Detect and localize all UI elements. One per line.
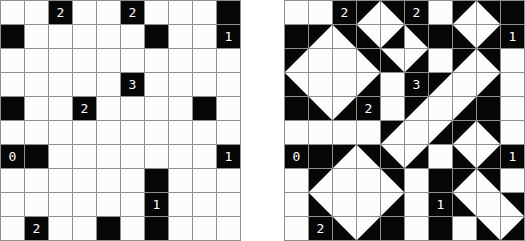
solution-cell-r2-c3	[357, 49, 380, 72]
solution-cell-r3-c4	[381, 73, 404, 96]
solution-cell-r5-c8	[477, 121, 500, 144]
puzzle-cell-r7-c7[interactable]	[169, 169, 192, 192]
puzzle-cell-r3-c3[interactable]	[73, 73, 96, 96]
puzzle-cell-r0-c1[interactable]	[25, 1, 48, 24]
puzzle-cell-r6-c2[interactable]	[49, 145, 72, 168]
solution-cell-r0-c2-clue: 2	[333, 1, 356, 24]
solution-cell-r3-c9	[501, 73, 524, 96]
solution-cell-r7-c7	[453, 169, 476, 192]
solution-cell-r7-c3	[357, 169, 380, 192]
puzzle-cell-r4-c4[interactable]	[97, 97, 120, 120]
puzzle-cell-r1-c6[interactable]	[145, 25, 168, 48]
solution-cell-r5-c2	[333, 121, 356, 144]
puzzle-cell-r7-c2[interactable]	[49, 169, 72, 192]
puzzle-cell-r0-c4[interactable]	[97, 1, 120, 24]
puzzle-cell-r9-c5[interactable]	[121, 217, 144, 240]
solution-cell-r3-c0	[285, 73, 308, 96]
puzzle-cell-r0-c5-clue[interactable]: 2	[121, 1, 144, 24]
puzzle-cell-r1-c2[interactable]	[49, 25, 72, 48]
puzzle-cell-r0-c3[interactable]	[73, 1, 96, 24]
puzzle-cell-r0-c0[interactable]	[1, 1, 24, 24]
solution-cell-r2-c9	[501, 49, 524, 72]
puzzle-cell-r9-c4[interactable]	[97, 217, 120, 240]
puzzle-cell-r5-c9[interactable]	[217, 121, 240, 144]
puzzle-cell-r1-c7[interactable]	[169, 25, 192, 48]
solution-cell-r4-c4	[381, 97, 404, 120]
puzzle-cell-r3-c5-clue[interactable]: 3	[121, 73, 144, 96]
puzzle-cell-r7-c3[interactable]	[73, 169, 96, 192]
puzzle-cell-r9-c0[interactable]	[1, 217, 24, 240]
puzzle-cell-r9-c7[interactable]	[169, 217, 192, 240]
solution-cell-r3-c2	[333, 73, 356, 96]
solution-cell-r4-c2	[333, 97, 356, 120]
solution-cell-r7-c1	[309, 169, 332, 192]
puzzle-cell-r5-c8[interactable]	[193, 121, 216, 144]
solution-cell-r8-c6-clue: 1	[429, 193, 452, 216]
puzzle-cell-r3-c2[interactable]	[49, 73, 72, 96]
puzzle-cell-r8-c9[interactable]	[217, 193, 240, 216]
puzzle-cell-r6-c9-clue[interactable]: 1	[217, 145, 240, 168]
solution-cell-r0-c0	[285, 1, 308, 24]
solution-cell-r9-c2	[333, 217, 356, 240]
puzzle-cell-r4-c3-clue[interactable]: 2	[73, 97, 96, 120]
solution-cell-r0-c7	[453, 1, 476, 24]
puzzle-cell-r3-c1[interactable]	[25, 73, 48, 96]
solution-cell-r1-c4	[381, 25, 404, 48]
puzzle-cell-r4-c7[interactable]	[169, 97, 192, 120]
puzzle-cell-r2-c6[interactable]	[145, 49, 168, 72]
solution-cell-r8-c5	[405, 193, 428, 216]
puzzle-cell-r2-c2[interactable]	[49, 49, 72, 72]
puzzle-cell-r2-c0[interactable]	[1, 49, 24, 72]
puzzle-cell-r6-c6[interactable]	[145, 145, 168, 168]
puzzle-cell-r4-c0[interactable]	[1, 97, 24, 120]
solution-cell-r0-c9	[501, 1, 524, 24]
puzzle-cell-r8-c0[interactable]	[1, 193, 24, 216]
solution-cell-r2-c0	[285, 49, 308, 72]
solution-cell-r3-c5-clue: 3	[405, 73, 428, 96]
solution-cell-r7-c2	[333, 169, 356, 192]
puzzle-cell-r1-c9-clue[interactable]: 1	[217, 25, 240, 48]
solution-cell-r3-c7	[453, 73, 476, 96]
puzzle-cell-r8-c8[interactable]	[193, 193, 216, 216]
puzzle-cell-r0-c7[interactable]	[169, 1, 192, 24]
solution-cell-r7-c5	[405, 169, 428, 192]
solution-cell-r5-c6	[429, 121, 452, 144]
solution-cell-r1-c5	[405, 25, 428, 48]
solution-cell-r0-c8	[477, 1, 500, 24]
puzzle-cell-r7-c0[interactable]	[1, 169, 24, 192]
puzzle-cell-r2-c1[interactable]	[25, 49, 48, 72]
solution-cell-r4-c6	[429, 97, 452, 120]
puzzle-cell-r9-c2[interactable]	[49, 217, 72, 240]
puzzle-cell-r4-c6[interactable]	[145, 97, 168, 120]
solution-cell-r2-c8	[477, 49, 500, 72]
solution-cell-r8-c7	[453, 193, 476, 216]
solution-cell-r2-c4	[381, 49, 404, 72]
puzzle-cell-r8-c4[interactable]	[97, 193, 120, 216]
solution-cell-r4-c1	[309, 97, 332, 120]
solution-cell-r4-c8	[477, 97, 500, 120]
solution-cell-r0-c1	[309, 1, 332, 24]
solution-cell-r1-c7	[453, 25, 476, 48]
solution-cell-r9-c0	[285, 217, 308, 240]
solution-cell-r4-c3-clue: 2	[357, 97, 380, 120]
puzzle-cell-r3-c7[interactable]	[169, 73, 192, 96]
solution-cell-r3-c3	[357, 73, 380, 96]
puzzle-cell-r5-c0[interactable]	[1, 121, 24, 144]
puzzle-cell-r5-c3[interactable]	[73, 121, 96, 144]
puzzle-cell-r2-c3[interactable]	[73, 49, 96, 72]
puzzle-cell-r8-c1[interactable]	[25, 193, 48, 216]
puzzle-cell-r6-c3[interactable]	[73, 145, 96, 168]
puzzle-cell-r3-c4[interactable]	[97, 73, 120, 96]
solution-cell-r9-c9	[501, 217, 524, 240]
puzzle-cell-r5-c5[interactable]	[121, 121, 144, 144]
puzzle-cell-r1-c4[interactable]	[97, 25, 120, 48]
puzzle-cell-r2-c7[interactable]	[169, 49, 192, 72]
puzzle-cell-r1-c8[interactable]	[193, 25, 216, 48]
solution-cell-r1-c1	[309, 25, 332, 48]
puzzle-cell-r4-c8[interactable]	[193, 97, 216, 120]
puzzle-cell-r5-c6[interactable]	[145, 121, 168, 144]
solution-cell-r3-c6	[429, 73, 452, 96]
puzzle-cell-r3-c6[interactable]	[145, 73, 168, 96]
solution-cell-r1-c6	[429, 25, 452, 48]
solution-cell-r8-c9	[501, 193, 524, 216]
solution-cell-r6-c8	[477, 145, 500, 168]
solution-cell-r7-c8	[477, 169, 500, 192]
solution-cell-r1-c8	[477, 25, 500, 48]
solution-cell-r2-c6	[429, 49, 452, 72]
solution-cell-r4-c7	[453, 97, 476, 120]
puzzle-cell-r8-c6-clue[interactable]: 1	[145, 193, 168, 216]
puzzle-cell-r8-c7[interactable]	[169, 193, 192, 216]
solution-cell-r0-c3	[357, 1, 380, 24]
puzzle-cell-r6-c4[interactable]	[97, 145, 120, 168]
solution-cell-r5-c9	[501, 121, 524, 144]
puzzle-cell-r2-c5[interactable]	[121, 49, 144, 72]
solution-cell-r1-c0	[285, 25, 308, 48]
solution-cell-r2-c2	[333, 49, 356, 72]
puzzle-cell-r6-c1[interactable]	[25, 145, 48, 168]
solution-cell-r9-c6	[429, 217, 452, 240]
solution-cell-r7-c9	[501, 169, 524, 192]
solution-cell-r8-c1	[309, 193, 332, 216]
puzzle-cell-r8-c5[interactable]	[121, 193, 144, 216]
solution-cell-r5-c5	[405, 121, 428, 144]
puzzle-cell-r0-c6[interactable]	[145, 1, 168, 24]
shakashaka-diagram: 221320112 221320112	[0, 0, 525, 241]
puzzle-cell-r8-c3[interactable]	[73, 193, 96, 216]
puzzle-cell-r9-c1-clue[interactable]: 2	[25, 217, 48, 240]
solution-cell-r9-c5	[405, 217, 428, 240]
puzzle-cell-r5-c2[interactable]	[49, 121, 72, 144]
puzzle-cell-r1-c1[interactable]	[25, 25, 48, 48]
puzzle-cell-r9-c3[interactable]	[73, 217, 96, 240]
solution-cell-r6-c5	[405, 145, 428, 168]
puzzle-cell-r1-c3[interactable]	[73, 25, 96, 48]
solution-cell-r1-c9-clue: 1	[501, 25, 524, 48]
puzzle-cell-r2-c9[interactable]	[217, 49, 240, 72]
puzzle-cell-r1-c0[interactable]	[1, 25, 24, 48]
puzzle-cell-r2-c8[interactable]	[193, 49, 216, 72]
puzzle-cell-r0-c2-clue[interactable]: 2	[49, 1, 72, 24]
solution-cell-r2-c7	[453, 49, 476, 72]
solution-cell-r3-c1	[309, 73, 332, 96]
solution-cell-r1-c2	[333, 25, 356, 48]
puzzle-cell-r4-c1[interactable]	[25, 97, 48, 120]
puzzle-cell-r3-c8[interactable]	[193, 73, 216, 96]
puzzle-cell-r6-c7[interactable]	[169, 145, 192, 168]
solution-cell-r0-c4	[381, 1, 404, 24]
puzzle-cell-r5-c1[interactable]	[25, 121, 48, 144]
puzzle-cell-r7-c1[interactable]	[25, 169, 48, 192]
puzzle-cell-r6-c5[interactable]	[121, 145, 144, 168]
solution-cell-r9-c7	[453, 217, 476, 240]
solution-cell-r7-c6	[429, 169, 452, 192]
solution-cell-r7-c0	[285, 169, 308, 192]
solution-cell-r5-c7	[453, 121, 476, 144]
puzzle-cell-r9-c6[interactable]	[145, 217, 168, 240]
solution-cell-r2-c1	[309, 49, 332, 72]
puzzle-cell-r9-c9[interactable]	[217, 217, 240, 240]
solution-cell-r6-c0-clue: 0	[285, 145, 308, 168]
solution-cell-r7-c4	[381, 169, 404, 192]
puzzle-cell-r3-c0[interactable]	[1, 73, 24, 96]
puzzle-cell-r7-c6[interactable]	[145, 169, 168, 192]
solution-cell-r0-c5-clue: 2	[405, 1, 428, 24]
puzzle-cell-r7-c4[interactable]	[97, 169, 120, 192]
solution-cell-r9-c4	[381, 217, 404, 240]
puzzle-cell-r0-c9[interactable]	[217, 1, 240, 24]
puzzle-cell-r4-c2[interactable]	[49, 97, 72, 120]
solution-cell-r8-c4	[381, 193, 404, 216]
puzzle-cell-r6-c8[interactable]	[193, 145, 216, 168]
puzzle-cell-r5-c4[interactable]	[97, 121, 120, 144]
solution-cell-r2-c5	[405, 49, 428, 72]
puzzle-cell-r0-c8[interactable]	[193, 1, 216, 24]
solution-cell-r4-c5	[405, 97, 428, 120]
solution-cell-r5-c3	[357, 121, 380, 144]
solution-cell-r5-c4	[381, 121, 404, 144]
solution-cell-r9-c1-clue: 2	[309, 217, 332, 240]
puzzle-cell-r8-c2[interactable]	[49, 193, 72, 216]
solution-cell-r8-c8	[477, 193, 500, 216]
solution-cell-r6-c2	[333, 145, 356, 168]
solution-cell-r6-c6	[429, 145, 452, 168]
puzzle-cell-r4-c5[interactable]	[121, 97, 144, 120]
solution-cell-r6-c1	[309, 145, 332, 168]
solution-cell-r5-c1	[309, 121, 332, 144]
solution-cell-r9-c3	[357, 217, 380, 240]
puzzle-cell-r4-c9[interactable]	[217, 97, 240, 120]
solution-cell-r1-c3	[357, 25, 380, 48]
solution-cell-r4-c9	[501, 97, 524, 120]
puzzle-cell-r7-c9[interactable]	[217, 169, 240, 192]
puzzle-cell-r3-c9[interactable]	[217, 73, 240, 96]
puzzle-cell-r7-c8[interactable]	[193, 169, 216, 192]
puzzle-cell-r6-c0-clue[interactable]: 0	[1, 145, 24, 168]
solution-cell-r6-c4	[381, 145, 404, 168]
solution-cell-r8-c0	[285, 193, 308, 216]
solution-board: 221320112	[284, 0, 525, 241]
solution-cell-r6-c9-clue: 1	[501, 145, 524, 168]
solution-cell-r3-c8	[477, 73, 500, 96]
puzzle-cell-r5-c7[interactable]	[169, 121, 192, 144]
solution-cell-r0-c6	[429, 1, 452, 24]
solution-cell-r8-c2	[333, 193, 356, 216]
puzzle-board: 221320112	[0, 0, 241, 241]
solution-cell-r6-c7	[453, 145, 476, 168]
puzzle-cell-r9-c8[interactable]	[193, 217, 216, 240]
solution-cell-r4-c0	[285, 97, 308, 120]
puzzle-cell-r7-c5[interactable]	[121, 169, 144, 192]
puzzle-cell-r1-c5[interactable]	[121, 25, 144, 48]
solution-cell-r5-c0	[285, 121, 308, 144]
puzzle-cell-r2-c4[interactable]	[97, 49, 120, 72]
solution-cell-r6-c3	[357, 145, 380, 168]
solution-cell-r8-c3	[357, 193, 380, 216]
solution-cell-r9-c8	[477, 217, 500, 240]
